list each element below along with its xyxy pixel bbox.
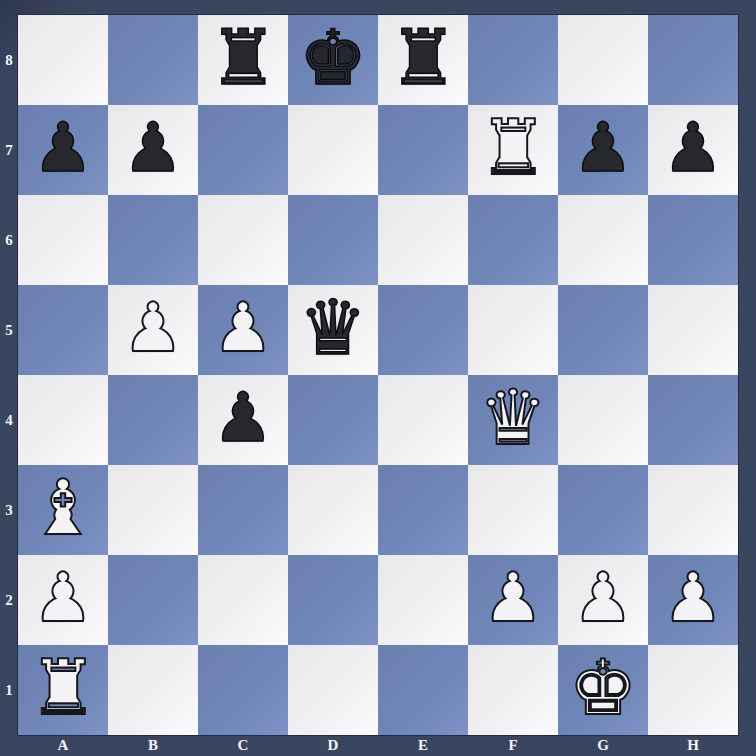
square-f5[interactable]: [468, 285, 558, 375]
rank-label-1: 1: [0, 645, 18, 735]
piece-black-pawn[interactable]: ♟: [573, 114, 634, 182]
square-g6[interactable]: [558, 195, 648, 285]
square-a1[interactable]: ♜: [18, 645, 108, 735]
square-e5[interactable]: [378, 285, 468, 375]
square-g8[interactable]: [558, 15, 648, 105]
square-f2[interactable]: ♟: [468, 555, 558, 645]
rank-label-7: 7: [0, 105, 18, 195]
file-label-e: E: [378, 735, 468, 756]
square-e6[interactable]: [378, 195, 468, 285]
square-a4[interactable]: [18, 375, 108, 465]
square-a7[interactable]: ♟: [18, 105, 108, 195]
file-labels: ABCDEFGH: [18, 735, 738, 756]
piece-white-pawn[interactable]: ♟: [123, 294, 184, 362]
square-b3[interactable]: [108, 465, 198, 555]
square-g5[interactable]: [558, 285, 648, 375]
square-c2[interactable]: [198, 555, 288, 645]
square-a2[interactable]: ♟: [18, 555, 108, 645]
rank-label-5: 5: [0, 285, 18, 375]
square-d1[interactable]: [288, 645, 378, 735]
piece-white-pawn[interactable]: ♟: [483, 564, 544, 632]
square-h2[interactable]: ♟: [648, 555, 738, 645]
piece-black-pawn[interactable]: ♟: [33, 114, 94, 182]
square-d8[interactable]: ♚: [288, 15, 378, 105]
square-g4[interactable]: [558, 375, 648, 465]
piece-black-pawn[interactable]: ♟: [663, 114, 724, 182]
square-d7[interactable]: [288, 105, 378, 195]
square-b7[interactable]: ♟: [108, 105, 198, 195]
square-c6[interactable]: [198, 195, 288, 285]
piece-white-pawn[interactable]: ♟: [663, 564, 724, 632]
square-f4[interactable]: ♛: [468, 375, 558, 465]
piece-white-rook[interactable]: ♜: [479, 110, 547, 186]
square-d3[interactable]: [288, 465, 378, 555]
square-c7[interactable]: [198, 105, 288, 195]
square-c4[interactable]: ♟: [198, 375, 288, 465]
file-label-a: A: [18, 735, 108, 756]
square-d4[interactable]: [288, 375, 378, 465]
piece-white-rook[interactable]: ♜: [29, 650, 97, 726]
piece-black-king[interactable]: ♚: [299, 20, 367, 96]
rank-label-6: 6: [0, 195, 18, 285]
square-a5[interactable]: [18, 285, 108, 375]
board-frame: 87654321 ♜♚♜♟♟♜♟♟♟♟♛♟♛♝♟♟♟♟♜♚ ABCDEFGH: [0, 0, 756, 756]
piece-white-pawn[interactable]: ♟: [573, 564, 634, 632]
square-h6[interactable]: [648, 195, 738, 285]
rank-label-2: 2: [0, 555, 18, 645]
square-h5[interactable]: [648, 285, 738, 375]
square-b5[interactable]: ♟: [108, 285, 198, 375]
rank-labels: 87654321: [0, 15, 18, 735]
file-label-g: G: [558, 735, 648, 756]
square-b6[interactable]: [108, 195, 198, 285]
square-g1[interactable]: ♚: [558, 645, 648, 735]
piece-white-bishop[interactable]: ♝: [29, 470, 97, 546]
file-label-c: C: [198, 735, 288, 756]
square-c3[interactable]: [198, 465, 288, 555]
chess-board: ♜♚♜♟♟♜♟♟♟♟♛♟♛♝♟♟♟♟♜♚: [18, 15, 738, 735]
square-d6[interactable]: [288, 195, 378, 285]
piece-white-king[interactable]: ♚: [569, 650, 637, 726]
piece-black-queen[interactable]: ♛: [299, 290, 367, 366]
file-label-d: D: [288, 735, 378, 756]
square-g3[interactable]: [558, 465, 648, 555]
square-h4[interactable]: [648, 375, 738, 465]
square-a8[interactable]: [18, 15, 108, 105]
square-e7[interactable]: [378, 105, 468, 195]
square-d5[interactable]: ♛: [288, 285, 378, 375]
square-h3[interactable]: [648, 465, 738, 555]
piece-black-rook[interactable]: ♜: [389, 20, 457, 96]
square-b8[interactable]: [108, 15, 198, 105]
square-b1[interactable]: [108, 645, 198, 735]
piece-black-rook[interactable]: ♜: [209, 20, 277, 96]
square-b2[interactable]: [108, 555, 198, 645]
square-a6[interactable]: [18, 195, 108, 285]
piece-white-pawn[interactable]: ♟: [33, 564, 94, 632]
file-label-h: H: [648, 735, 738, 756]
square-a3[interactable]: ♝: [18, 465, 108, 555]
piece-white-pawn[interactable]: ♟: [213, 294, 274, 362]
square-h8[interactable]: [648, 15, 738, 105]
square-f7[interactable]: ♜: [468, 105, 558, 195]
rank-label-4: 4: [0, 375, 18, 465]
square-e4[interactable]: [378, 375, 468, 465]
square-e3[interactable]: [378, 465, 468, 555]
square-c8[interactable]: ♜: [198, 15, 288, 105]
rank-label-3: 3: [0, 465, 18, 555]
rank-label-8: 8: [0, 15, 18, 105]
square-g2[interactable]: ♟: [558, 555, 648, 645]
square-g7[interactable]: ♟: [558, 105, 648, 195]
piece-black-pawn[interactable]: ♟: [123, 114, 184, 182]
piece-black-pawn[interactable]: ♟: [213, 384, 274, 452]
square-e1[interactable]: [378, 645, 468, 735]
square-f1[interactable]: [468, 645, 558, 735]
file-label-b: B: [108, 735, 198, 756]
square-c1[interactable]: [198, 645, 288, 735]
square-f8[interactable]: [468, 15, 558, 105]
square-d2[interactable]: [288, 555, 378, 645]
square-b4[interactable]: [108, 375, 198, 465]
file-label-f: F: [468, 735, 558, 756]
square-h1[interactable]: [648, 645, 738, 735]
square-c5[interactable]: ♟: [198, 285, 288, 375]
square-e2[interactable]: [378, 555, 468, 645]
square-f3[interactable]: [468, 465, 558, 555]
square-h7[interactable]: ♟: [648, 105, 738, 195]
piece-white-queen[interactable]: ♛: [479, 380, 547, 456]
square-f6[interactable]: [468, 195, 558, 285]
square-e8[interactable]: ♜: [378, 15, 468, 105]
